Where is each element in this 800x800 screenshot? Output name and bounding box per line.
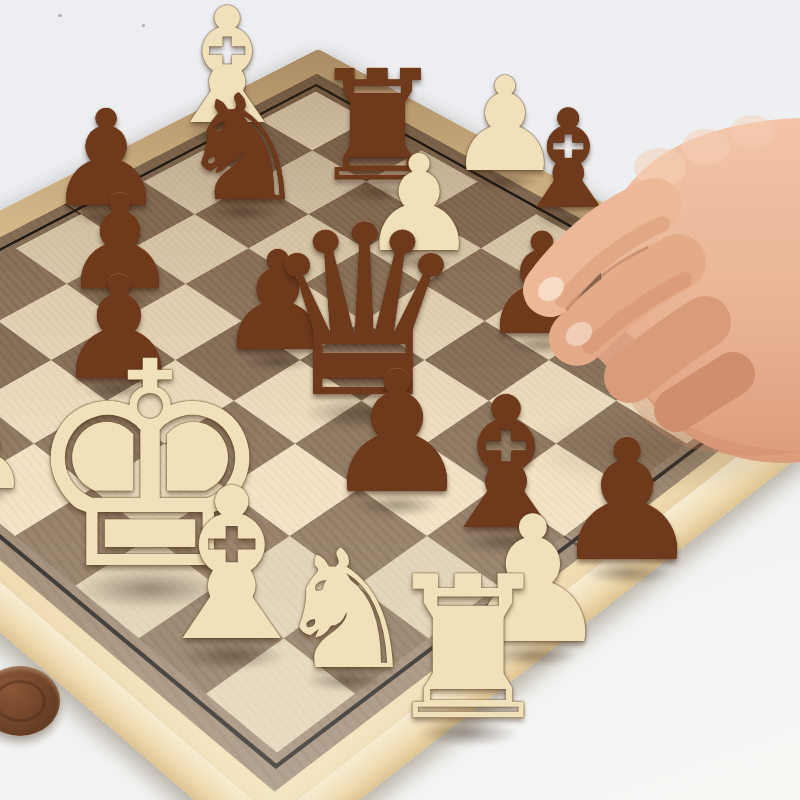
piece-black-pawn-held: ♟ <box>479 228 605 343</box>
pawn-glyph: ♟ <box>479 228 605 343</box>
knight-glyph: ♞ <box>714 308 800 411</box>
piece-black-knight-h7: ♞ <box>714 308 800 411</box>
piece-contact-shadow <box>506 335 579 355</box>
photo-scene: ♝♜♟♝♞♞♟♟♟♟♛♟♟♝♟♟♟♚♝♞♜♟ <box>0 0 800 800</box>
piece-black-bishop-f8: ♝ <box>507 105 629 217</box>
piece-contact-shadow <box>417 719 519 747</box>
piece-contact-shadow <box>303 669 388 692</box>
pieces-layer: ♝♜♟♝♞♞♟♟♟♟♛♟♟♝♟♟♟♚♝♞♜♟ <box>0 0 800 800</box>
rook-glyph: ♜ <box>380 568 557 730</box>
piece-white-rook-g1: ♜ <box>380 568 557 730</box>
bishop-glyph: ♝ <box>507 105 629 217</box>
piece-contact-shadow <box>738 403 800 421</box>
